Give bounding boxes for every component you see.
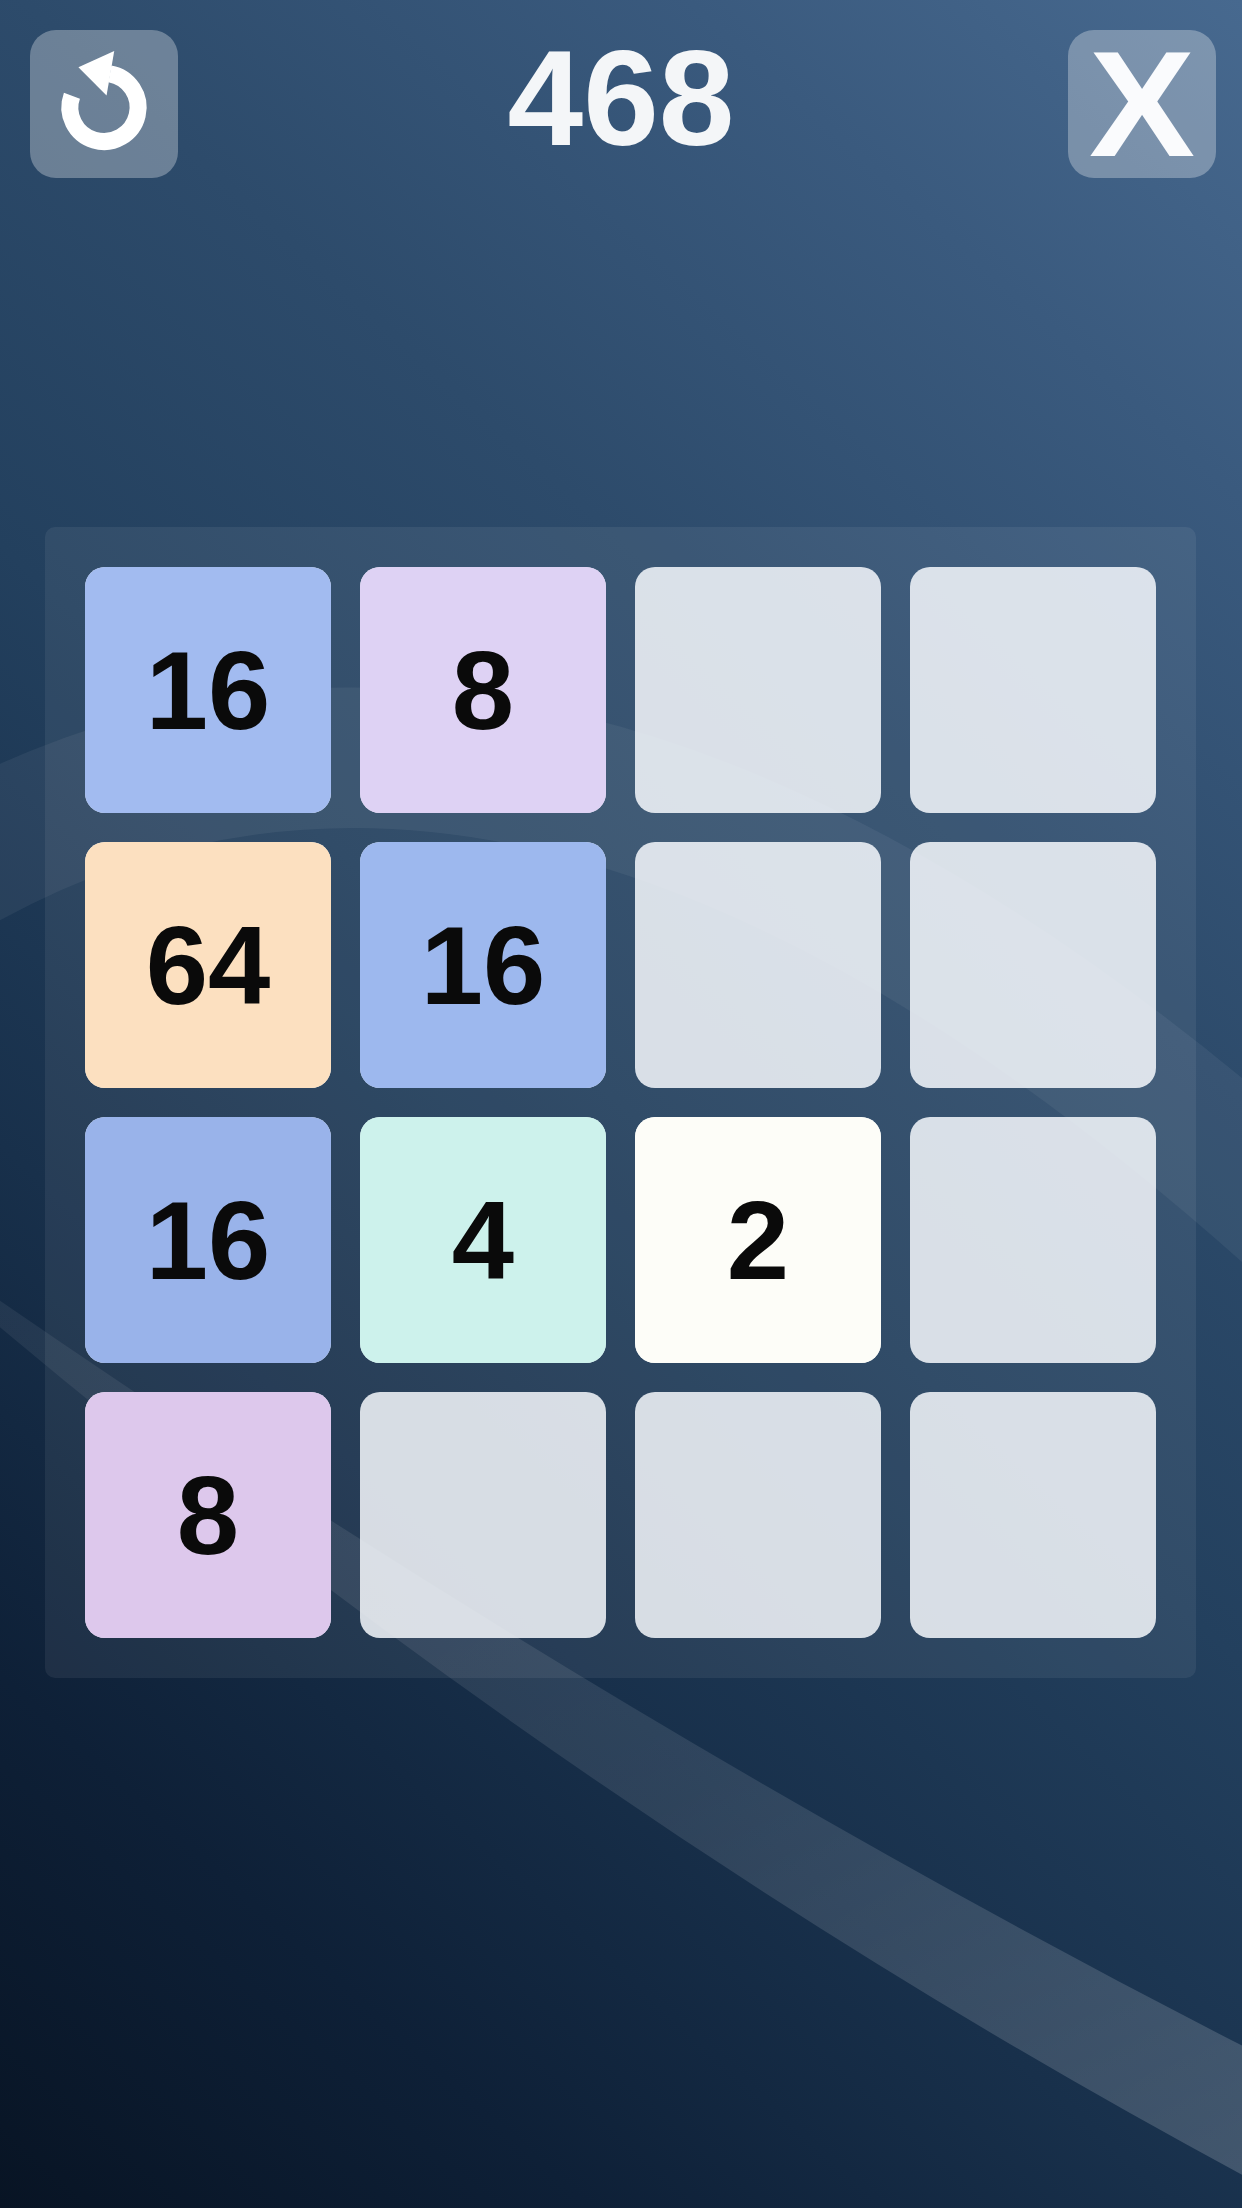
tile-16: 16 [85,1117,331,1363]
tile-64: 64 [85,842,331,1088]
board-cell: 2 [635,1117,881,1363]
board-cell: 16 [360,842,606,1088]
board-cell-empty [635,842,881,1088]
tile-2: 2 [635,1117,881,1363]
board-cell: 8 [85,1392,331,1638]
close-x-icon: X [1089,30,1195,178]
board-cell-empty [635,1392,881,1638]
board-cell-empty [635,567,881,813]
tile-8: 8 [85,1392,331,1638]
board-cell-empty [360,1392,606,1638]
board-cell: 64 [85,842,331,1088]
tile-16: 16 [85,567,331,813]
board-cell-empty [910,842,1156,1088]
board-cell: 4 [360,1117,606,1363]
board-grid[interactable]: 168641616428 [45,527,1196,1678]
board-cell: 16 [85,1117,331,1363]
close-button[interactable]: X [1068,30,1216,178]
game-screen: 468 X 168641616428 [0,0,1242,2208]
board-cell-empty [910,1392,1156,1638]
board-cell-empty [910,1117,1156,1363]
board-cell: 16 [85,567,331,813]
score-display: 468 [0,24,1242,172]
header-bar: 468 X [0,0,1242,210]
board-cell-empty [910,567,1156,813]
board-cell: 8 [360,567,606,813]
tile-16: 16 [360,842,606,1088]
tile-8: 8 [360,567,606,813]
tile-4: 4 [360,1117,606,1363]
